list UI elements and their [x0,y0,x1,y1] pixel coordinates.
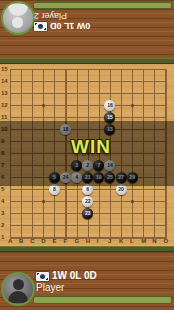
top-player-record: 0W 1L 0D [50,21,90,31]
white-stone-move-22: 22 [82,196,93,207]
white-stone-move-16: 16 [104,100,115,111]
win-banner: WIN [71,136,111,158]
top-player-name: Player 2 [34,11,67,21]
top-player-panel: Player 2 0W 1L 0D [0,0,174,58]
person-icon [3,274,33,304]
black-stone-move-23: 23 [82,208,93,219]
bottom-player-time-bar [33,296,172,304]
bottom-player-avatar[interactable] [1,272,35,306]
south-korea-flag-icon [34,22,47,31]
top-player-name-line: Player 2 [34,11,67,21]
game-screen: Player 2 0W 1L 0D 151413121110987654321 … [0,0,174,310]
bottom-player-record: 1W 0L 0D [52,271,97,281]
top-player-record-line: 0W 1L 0D [34,21,90,31]
gomoku-board[interactable]: 151413121110987654321 ABCDEFGHIJKLMNO 16… [0,64,174,246]
bottom-player-name-line: Player [36,283,64,293]
person-icon [3,3,33,33]
bottom-player-name: Player [36,283,64,293]
top-player-avatar[interactable] [1,1,35,35]
bottom-player-record-line: 1W 0L 0D [36,271,97,281]
south-korea-flag-icon [36,272,49,281]
top-player-time-bar [33,2,172,9]
bottom-player-panel: 1W 0L 0D Player [0,252,174,310]
